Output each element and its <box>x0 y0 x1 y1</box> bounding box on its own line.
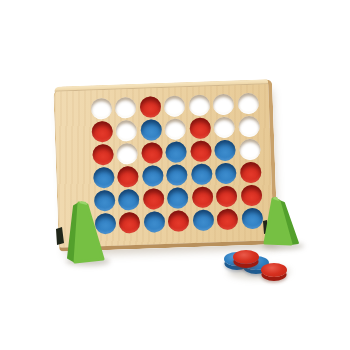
empty-hole <box>115 97 137 119</box>
blue-disc <box>214 140 236 162</box>
cell-r6c2[interactable] <box>117 211 142 235</box>
cell-r6c3[interactable] <box>142 210 167 234</box>
blue-disc <box>118 189 140 211</box>
cell-r4c5[interactable] <box>189 162 214 186</box>
red-disc <box>190 140 212 162</box>
cell-r1c4[interactable] <box>162 94 187 118</box>
red-disc <box>192 186 214 208</box>
loose-disc-red[interactable] <box>261 263 287 277</box>
cell-r5c6[interactable] <box>214 184 239 208</box>
left-stand-slot-notch <box>56 227 64 245</box>
board-top-edge <box>54 79 268 91</box>
cell-r1c2[interactable] <box>113 96 138 120</box>
left-stand <box>54 196 110 268</box>
empty-hole <box>238 116 260 138</box>
red-disc <box>168 210 190 232</box>
cell-r3c2[interactable] <box>115 142 140 166</box>
cell-r4c2[interactable] <box>115 165 140 189</box>
cell-r2c2[interactable] <box>114 119 139 143</box>
cell-r2c1[interactable] <box>89 120 114 144</box>
empty-hole <box>165 118 187 140</box>
blue-disc <box>192 209 214 231</box>
empty-hole <box>116 143 138 165</box>
cell-r1c3[interactable] <box>138 95 163 119</box>
cell-r3c7[interactable] <box>237 138 262 162</box>
cell-r1c7[interactable] <box>235 92 260 116</box>
red-disc <box>143 188 165 210</box>
cell-r4c3[interactable] <box>140 164 165 188</box>
red-disc <box>189 117 211 139</box>
red-disc <box>117 166 139 188</box>
cell-r5c4[interactable] <box>165 186 190 210</box>
red-disc <box>139 96 161 118</box>
blue-disc <box>93 167 115 189</box>
right-stand <box>254 192 302 254</box>
cell-r2c7[interactable] <box>236 115 261 139</box>
cell-r6c6[interactable] <box>215 207 240 231</box>
empty-hole <box>116 120 138 142</box>
red-disc <box>92 144 114 166</box>
cell-r5c3[interactable] <box>141 187 166 211</box>
cell-r1c5[interactable] <box>187 93 212 117</box>
cell-r4c1[interactable] <box>91 166 116 190</box>
empty-hole <box>239 139 261 161</box>
loose-disc-red[interactable] <box>233 250 259 264</box>
cell-r2c4[interactable] <box>163 117 188 141</box>
red-disc <box>240 162 262 184</box>
left-stand-front-face <box>75 203 103 262</box>
blue-disc <box>140 119 162 141</box>
empty-hole <box>213 94 235 116</box>
empty-hole <box>237 93 259 115</box>
product-photo-scene <box>0 0 350 350</box>
blue-disc <box>215 163 237 185</box>
blue-disc <box>143 211 165 233</box>
empty-hole <box>214 117 236 139</box>
blue-disc <box>167 187 189 209</box>
red-disc <box>216 186 238 208</box>
cell-r3c4[interactable] <box>164 140 189 164</box>
blue-disc <box>166 164 188 186</box>
cell-r2c3[interactable] <box>138 118 163 142</box>
cell-r5c5[interactable] <box>190 185 215 209</box>
blue-disc <box>191 163 213 185</box>
blue-disc <box>165 141 187 163</box>
cell-r2c5[interactable] <box>187 116 212 140</box>
cell-r4c7[interactable] <box>238 161 263 185</box>
red-disc <box>141 142 163 164</box>
red-disc <box>217 209 239 231</box>
cell-r2c6[interactable] <box>212 115 237 139</box>
cell-r4c4[interactable] <box>164 163 189 187</box>
cell-r6c4[interactable] <box>166 209 191 233</box>
cell-r5c2[interactable] <box>116 188 141 212</box>
empty-hole <box>188 94 210 116</box>
board-grid <box>89 92 265 236</box>
empty-hole <box>164 95 186 117</box>
cell-r1c1[interactable] <box>89 97 114 121</box>
cell-r3c6[interactable] <box>213 138 238 162</box>
cell-r3c5[interactable] <box>188 139 213 163</box>
red-disc <box>91 121 113 143</box>
blue-disc <box>142 165 164 187</box>
empty-hole <box>90 98 112 120</box>
cell-r3c3[interactable] <box>139 141 164 165</box>
cell-r1c6[interactable] <box>211 93 236 117</box>
cell-r6c5[interactable] <box>191 208 216 232</box>
cell-r4c6[interactable] <box>213 161 238 185</box>
cell-r3c1[interactable] <box>90 143 115 167</box>
red-disc <box>119 212 141 234</box>
